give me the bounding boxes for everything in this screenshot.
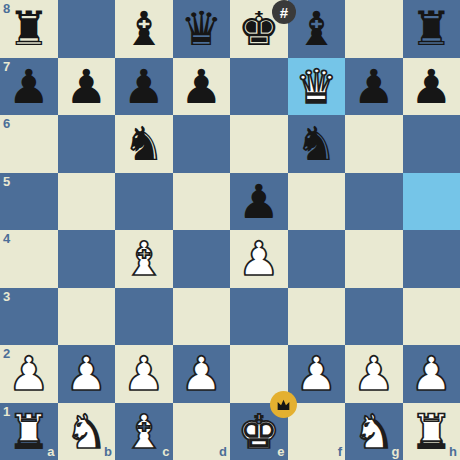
square-d7[interactable]: ♟ xyxy=(173,58,231,116)
square-a1[interactable]: 1a♜ xyxy=(0,403,58,460)
square-d2[interactable]: ♟ xyxy=(173,345,231,403)
piece-white-pawn[interactable]: ♟ xyxy=(65,345,107,402)
piece-black-rook[interactable]: ♜ xyxy=(8,0,50,57)
square-d4[interactable] xyxy=(173,230,231,288)
piece-black-pawn[interactable]: ♟ xyxy=(8,58,50,115)
piece-black-bishop[interactable]: ♝ xyxy=(123,0,165,57)
square-d1[interactable]: d xyxy=(173,403,231,460)
square-d3[interactable] xyxy=(173,288,231,346)
file-label-c: c xyxy=(162,445,169,458)
square-d5[interactable] xyxy=(173,173,231,231)
winner-crown-badge xyxy=(270,391,297,418)
crown-icon xyxy=(275,397,292,412)
square-h3[interactable] xyxy=(403,288,460,346)
square-h6[interactable] xyxy=(403,115,460,173)
square-c1[interactable]: c♝ xyxy=(115,403,173,460)
square-c2[interactable]: ♟ xyxy=(115,345,173,403)
piece-black-knight[interactable]: ♞ xyxy=(295,115,337,172)
square-b6[interactable] xyxy=(58,115,116,173)
piece-black-pawn[interactable]: ♟ xyxy=(180,58,222,115)
square-f7[interactable]: ♛ xyxy=(288,58,346,116)
rank-label-3: 3 xyxy=(3,290,10,303)
square-f8[interactable]: ♝ xyxy=(288,0,346,58)
piece-black-queen[interactable]: ♛ xyxy=(180,0,222,57)
square-b8[interactable] xyxy=(58,0,116,58)
square-f3[interactable] xyxy=(288,288,346,346)
piece-white-bishop[interactable]: ♝ xyxy=(123,403,165,460)
square-a7[interactable]: 7♟ xyxy=(0,58,58,116)
square-c8[interactable]: ♝ xyxy=(115,0,173,58)
square-g5[interactable] xyxy=(345,173,403,231)
piece-white-knight[interactable]: ♞ xyxy=(353,403,395,460)
square-e7[interactable] xyxy=(230,58,288,116)
square-f2[interactable]: ♟ xyxy=(288,345,346,403)
rank-label-1: 1 xyxy=(3,405,10,418)
piece-white-queen[interactable]: ♛ xyxy=(295,58,337,115)
piece-white-rook[interactable]: ♜ xyxy=(410,403,452,460)
square-g1[interactable]: g♞ xyxy=(345,403,403,460)
rank-label-8: 8 xyxy=(3,2,10,15)
square-f1[interactable]: f xyxy=(288,403,346,460)
piece-white-pawn[interactable]: ♟ xyxy=(123,345,165,402)
square-e6[interactable] xyxy=(230,115,288,173)
rank-label-5: 5 xyxy=(3,175,10,188)
square-c3[interactable] xyxy=(115,288,173,346)
square-f4[interactable] xyxy=(288,230,346,288)
square-d8[interactable]: ♛ xyxy=(173,0,231,58)
square-h1[interactable]: h♜ xyxy=(403,403,460,460)
rank-label-7: 7 xyxy=(3,60,10,73)
piece-white-pawn[interactable]: ♟ xyxy=(353,345,395,402)
piece-black-bishop[interactable]: ♝ xyxy=(295,0,337,57)
rank-label-4: 4 xyxy=(3,232,10,245)
square-e3[interactable] xyxy=(230,288,288,346)
rank-label-6: 6 xyxy=(3,117,10,130)
piece-black-pawn[interactable]: ♟ xyxy=(353,58,395,115)
piece-white-pawn[interactable]: ♟ xyxy=(295,345,337,402)
square-a3[interactable]: 3 xyxy=(0,288,58,346)
piece-black-pawn[interactable]: ♟ xyxy=(410,58,452,115)
piece-white-rook[interactable]: ♜ xyxy=(8,403,50,460)
square-b5[interactable] xyxy=(58,173,116,231)
file-label-f: f xyxy=(338,445,342,458)
square-h7[interactable]: ♟ xyxy=(403,58,460,116)
file-label-d: d xyxy=(219,445,227,458)
square-g6[interactable] xyxy=(345,115,403,173)
piece-white-pawn[interactable]: ♟ xyxy=(410,345,452,402)
file-label-b: b xyxy=(104,445,112,458)
piece-black-pawn[interactable]: ♟ xyxy=(123,58,165,115)
rank-label-2: 2 xyxy=(3,347,10,360)
square-c6[interactable]: ♞ xyxy=(115,115,173,173)
square-g2[interactable]: ♟ xyxy=(345,345,403,403)
piece-white-bishop[interactable]: ♝ xyxy=(123,230,165,287)
square-b7[interactable]: ♟ xyxy=(58,58,116,116)
piece-black-knight[interactable]: ♞ xyxy=(123,115,165,172)
square-c5[interactable] xyxy=(115,173,173,231)
square-a5[interactable]: 5 xyxy=(0,173,58,231)
square-b4[interactable] xyxy=(58,230,116,288)
chess-board: 8♜♝♛♚♝♜7♟♟♟♟♛♟♟6♞♞5♟4♝♟32♟♟♟♟♟♟♟1a♜b♞c♝d… xyxy=(0,0,460,460)
square-g3[interactable] xyxy=(345,288,403,346)
square-g8[interactable] xyxy=(345,0,403,58)
square-h8[interactable]: ♜ xyxy=(403,0,460,58)
square-b1[interactable]: b♞ xyxy=(58,403,116,460)
square-c4[interactable]: ♝ xyxy=(115,230,173,288)
piece-white-pawn[interactable]: ♟ xyxy=(180,345,222,402)
square-f6[interactable]: ♞ xyxy=(288,115,346,173)
square-e4[interactable]: ♟ xyxy=(230,230,288,288)
square-b3[interactable] xyxy=(58,288,116,346)
piece-white-pawn[interactable]: ♟ xyxy=(8,345,50,402)
file-label-h: h xyxy=(449,445,457,458)
square-a8[interactable]: 8♜ xyxy=(0,0,58,58)
square-e5[interactable]: ♟ xyxy=(230,173,288,231)
piece-black-pawn[interactable]: ♟ xyxy=(238,173,280,230)
checkmate-badge: # xyxy=(272,0,296,24)
square-h5[interactable] xyxy=(403,173,460,231)
square-a2[interactable]: 2♟ xyxy=(0,345,58,403)
square-h2[interactable]: ♟ xyxy=(403,345,460,403)
square-a4[interactable]: 4 xyxy=(0,230,58,288)
square-g7[interactable]: ♟ xyxy=(345,58,403,116)
square-b2[interactable]: ♟ xyxy=(58,345,116,403)
square-c7[interactable]: ♟ xyxy=(115,58,173,116)
square-d6[interactable] xyxy=(173,115,231,173)
square-g4[interactable] xyxy=(345,230,403,288)
square-f5[interactable] xyxy=(288,173,346,231)
square-a6[interactable]: 6 xyxy=(0,115,58,173)
square-h4[interactable] xyxy=(403,230,460,288)
file-label-g: g xyxy=(392,445,400,458)
file-label-e: e xyxy=(277,445,284,458)
file-label-a: a xyxy=(47,445,54,458)
piece-black-rook[interactable]: ♜ xyxy=(410,0,452,57)
piece-white-knight[interactable]: ♞ xyxy=(65,403,107,460)
piece-black-pawn[interactable]: ♟ xyxy=(65,58,107,115)
piece-white-pawn[interactable]: ♟ xyxy=(238,230,280,287)
